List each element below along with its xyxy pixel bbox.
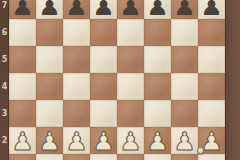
square-b2[interactable]: ♟: [36, 127, 63, 154]
black-pawn[interactable]: ♟: [200, 0, 222, 19]
square-f6[interactable]: [144, 19, 171, 46]
square-e2[interactable]: ♟: [117, 127, 144, 154]
square-e5[interactable]: [117, 46, 144, 73]
square-e3[interactable]: [117, 100, 144, 127]
black-pawn[interactable]: ♟: [38, 0, 60, 19]
square-g6[interactable]: [171, 19, 198, 46]
black-pawn[interactable]: ♟: [92, 0, 114, 19]
square-d4[interactable]: [90, 73, 117, 100]
square-a2[interactable]: ♟: [9, 127, 36, 154]
white-pawn[interactable]: ♟: [92, 129, 114, 154]
square-d6[interactable]: [90, 19, 117, 46]
square-h3[interactable]: [198, 100, 225, 127]
square-f3[interactable]: [144, 100, 171, 127]
square-d2[interactable]: ♟: [90, 127, 117, 154]
square-g5[interactable]: [171, 46, 198, 73]
square-a4[interactable]: [9, 73, 36, 100]
square-c7[interactable]: ♟: [63, 0, 90, 19]
white-pawn[interactable]: ♟: [38, 129, 60, 154]
square-h6[interactable]: [198, 19, 225, 46]
board-right-border: [225, 0, 240, 160]
square-e6[interactable]: [117, 19, 144, 46]
square-b7[interactable]: ♟: [36, 0, 63, 19]
white-pawn[interactable]: ♟: [146, 129, 168, 154]
square-a7[interactable]: ♟: [9, 0, 36, 19]
small-circle-marker: [197, 147, 204, 154]
rank-label-2: 2: [0, 136, 9, 145]
square-f4[interactable]: [144, 73, 171, 100]
square-a5[interactable]: [9, 46, 36, 73]
black-pawn[interactable]: ♟: [146, 0, 168, 19]
square-g3[interactable]: [171, 100, 198, 127]
square-e4[interactable]: [117, 73, 144, 100]
white-pawn[interactable]: ♟: [11, 129, 33, 154]
chess-board[interactable]: ♟♟♟♟♟♟♟♟♟♟♟♟♟♟♟♟: [9, 0, 225, 160]
rank-label-7: 7: [0, 1, 9, 10]
rank-label-5: 5: [0, 55, 9, 64]
white-pawn[interactable]: ♟: [119, 129, 141, 154]
rank-label-4: 4: [0, 82, 9, 91]
square-h4[interactable]: [198, 73, 225, 100]
square-f2[interactable]: ♟: [144, 127, 171, 154]
square-b5[interactable]: [36, 46, 63, 73]
square-a6[interactable]: [9, 19, 36, 46]
black-pawn[interactable]: ♟: [119, 0, 141, 19]
square-g2[interactable]: ♟: [171, 127, 198, 154]
square-e7[interactable]: ♟: [117, 0, 144, 19]
square-d5[interactable]: [90, 46, 117, 73]
square-f5[interactable]: [144, 46, 171, 73]
white-pawn[interactable]: ♟: [173, 129, 195, 154]
white-pawn[interactable]: ♟: [65, 129, 87, 154]
square-c2[interactable]: ♟: [63, 127, 90, 154]
square-c5[interactable]: [63, 46, 90, 73]
square-c3[interactable]: [63, 100, 90, 127]
square-h5[interactable]: [198, 46, 225, 73]
square-h7[interactable]: ♟: [198, 0, 225, 19]
black-pawn[interactable]: ♟: [11, 0, 33, 19]
square-g7[interactable]: ♟: [171, 0, 198, 19]
square-f7[interactable]: ♟: [144, 0, 171, 19]
square-b3[interactable]: [36, 100, 63, 127]
square-d3[interactable]: [90, 100, 117, 127]
square-b6[interactable]: [36, 19, 63, 46]
square-c4[interactable]: [63, 73, 90, 100]
black-pawn[interactable]: ♟: [173, 0, 195, 19]
square-b4[interactable]: [36, 73, 63, 100]
board-left-border: 765432: [0, 0, 9, 160]
rank-label-6: 6: [0, 28, 9, 37]
square-g4[interactable]: [171, 73, 198, 100]
square-a3[interactable]: [9, 100, 36, 127]
rank-label-3: 3: [0, 109, 9, 118]
square-d7[interactable]: ♟: [90, 0, 117, 19]
chess-board-screenshot: 765432 ♟♟♟♟♟♟♟♟♟♟♟♟♟♟♟♟: [0, 0, 240, 160]
black-pawn[interactable]: ♟: [65, 0, 87, 19]
square-c6[interactable]: [63, 19, 90, 46]
